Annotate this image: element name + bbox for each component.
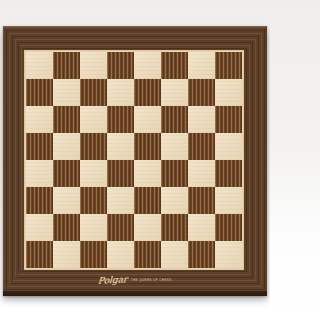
square-d8 bbox=[107, 52, 134, 79]
square-c3 bbox=[80, 187, 107, 214]
square-d5 bbox=[107, 133, 134, 160]
square-g4 bbox=[188, 160, 215, 187]
square-f1 bbox=[161, 241, 188, 268]
square-e6 bbox=[134, 106, 161, 133]
square-e3 bbox=[134, 187, 161, 214]
square-h7 bbox=[215, 79, 242, 106]
square-f2 bbox=[161, 214, 188, 241]
square-g5 bbox=[188, 133, 215, 160]
square-a3 bbox=[26, 187, 53, 214]
square-g1 bbox=[188, 241, 215, 268]
square-e5 bbox=[134, 133, 161, 160]
chess-board: Polgar THE QUEEN OF CHESS bbox=[3, 26, 267, 296]
square-b1 bbox=[53, 241, 80, 268]
square-d2 bbox=[107, 214, 134, 241]
square-c6 bbox=[80, 106, 107, 133]
square-c8 bbox=[80, 52, 107, 79]
square-c7 bbox=[80, 79, 107, 106]
square-c1 bbox=[80, 241, 107, 268]
square-e4 bbox=[134, 160, 161, 187]
square-c4 bbox=[80, 160, 107, 187]
square-h2 bbox=[215, 214, 242, 241]
square-g6 bbox=[188, 106, 215, 133]
square-g3 bbox=[188, 187, 215, 214]
square-b4 bbox=[53, 160, 80, 187]
square-b3 bbox=[53, 187, 80, 214]
square-c5 bbox=[80, 133, 107, 160]
square-f7 bbox=[161, 79, 188, 106]
square-d3 bbox=[107, 187, 134, 214]
square-d1 bbox=[107, 241, 134, 268]
square-f4 bbox=[161, 160, 188, 187]
square-f5 bbox=[161, 133, 188, 160]
frame-rail-top bbox=[3, 26, 267, 51]
board-front-edge bbox=[3, 291, 267, 296]
square-a1 bbox=[26, 241, 53, 268]
square-h4 bbox=[215, 160, 242, 187]
square-h3 bbox=[215, 187, 242, 214]
square-a5 bbox=[26, 133, 53, 160]
square-d4 bbox=[107, 160, 134, 187]
square-d7 bbox=[107, 79, 134, 106]
square-g2 bbox=[188, 214, 215, 241]
square-b8 bbox=[53, 52, 80, 79]
square-g7 bbox=[188, 79, 215, 106]
square-e7 bbox=[134, 79, 161, 106]
square-a2 bbox=[26, 214, 53, 241]
square-f6 bbox=[161, 106, 188, 133]
square-f8 bbox=[161, 52, 188, 79]
square-e2 bbox=[134, 214, 161, 241]
square-g8 bbox=[188, 52, 215, 79]
square-a4 bbox=[26, 160, 53, 187]
square-e1 bbox=[134, 241, 161, 268]
square-b7 bbox=[53, 79, 80, 106]
square-b5 bbox=[53, 133, 80, 160]
square-h1 bbox=[215, 241, 242, 268]
square-c2 bbox=[80, 214, 107, 241]
frame-rail-bottom bbox=[3, 268, 267, 291]
square-h6 bbox=[215, 106, 242, 133]
square-a8 bbox=[26, 52, 53, 79]
square-h8 bbox=[215, 52, 242, 79]
square-d6 bbox=[107, 106, 134, 133]
square-f3 bbox=[161, 187, 188, 214]
playing-field bbox=[26, 52, 242, 268]
square-e8 bbox=[134, 52, 161, 79]
maple-inlay-border bbox=[24, 50, 244, 270]
square-b6 bbox=[53, 106, 80, 133]
square-a6 bbox=[26, 106, 53, 133]
square-a7 bbox=[26, 79, 53, 106]
square-h5 bbox=[215, 133, 242, 160]
square-b2 bbox=[53, 214, 80, 241]
